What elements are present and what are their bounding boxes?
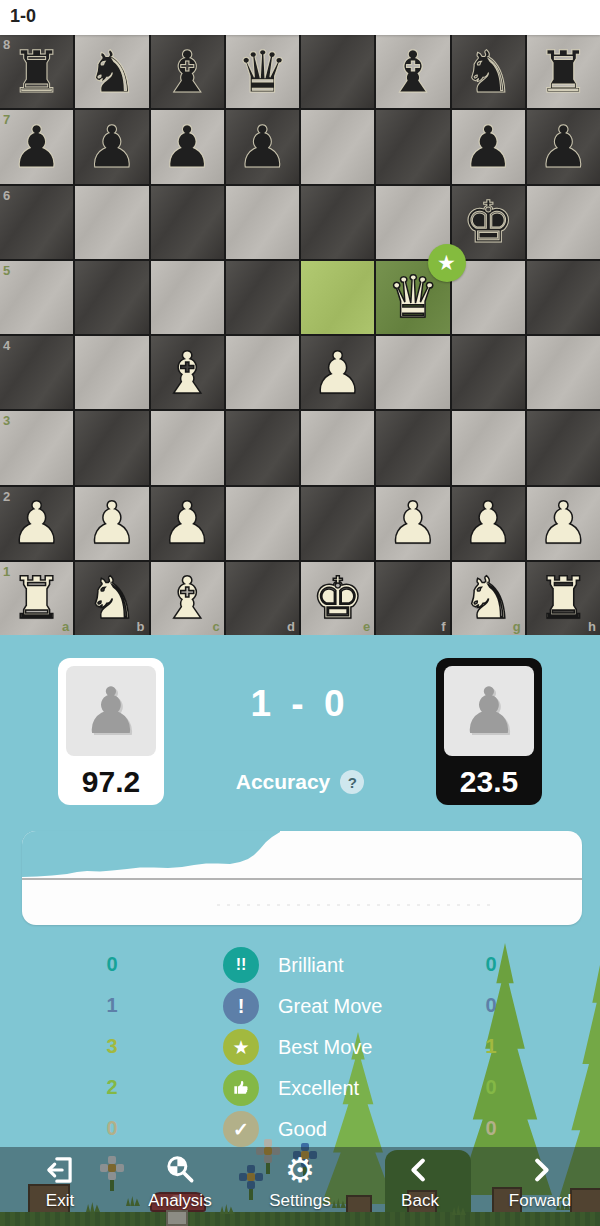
square-e6[interactable]: [301, 186, 374, 259]
toolbar-label-analysis: Analysis: [132, 1191, 228, 1211]
square-c8[interactable]: ♝: [151, 35, 224, 108]
black-king-g6: ♚: [452, 186, 525, 259]
square-h6[interactable]: [527, 186, 600, 259]
double-exclam-icon: !!: [223, 947, 259, 983]
label-excellent: Excellent: [278, 1077, 359, 1100]
white-pawn-f2: ♟: [376, 487, 449, 560]
white-count-best-move: 3: [92, 1035, 132, 1058]
black-count-excellent: 0: [471, 1076, 511, 1099]
square-d6[interactable]: [226, 186, 299, 259]
square-a1[interactable]: 1a♜: [0, 562, 73, 635]
square-d2[interactable]: [226, 487, 299, 560]
square-c5[interactable]: [151, 261, 224, 334]
square-c6[interactable]: [151, 186, 224, 259]
toolbar-label-back: Back: [372, 1191, 468, 1211]
black-pawn-c7: ♟: [151, 110, 224, 183]
file-label-f: f: [441, 619, 445, 634]
square-b3[interactable]: [75, 411, 148, 484]
star-icon: ★: [223, 1029, 259, 1065]
toolbar-label-exit: Exit: [12, 1191, 108, 1211]
square-g2[interactable]: ♟: [452, 487, 525, 560]
toolbar-item-analysis[interactable]: Analysis: [132, 1150, 228, 1222]
file-label-d: d: [287, 619, 295, 634]
rank-label-8: 8: [3, 37, 10, 52]
white-count-excellent: 2: [92, 1076, 132, 1099]
square-a2[interactable]: 2♟: [0, 487, 73, 560]
move-quality-row-great-move: 1!Great Move0: [0, 986, 600, 1026]
square-d1[interactable]: d: [226, 562, 299, 635]
square-f4[interactable]: [376, 336, 449, 409]
rank-label-6: 6: [3, 188, 10, 203]
rank-label-7: 7: [3, 112, 10, 127]
square-g6[interactable]: ♚: [452, 186, 525, 259]
title-bar: 1-0: [0, 0, 600, 35]
rank-label-4: 4: [3, 338, 10, 353]
chevron-left-icon: [372, 1150, 468, 1190]
square-d8[interactable]: ♛: [226, 35, 299, 108]
black-pawn-b7: ♟: [75, 110, 148, 183]
square-c4[interactable]: ♝: [151, 336, 224, 409]
file-label-c: c: [213, 619, 220, 634]
square-h7[interactable]: ♟: [527, 110, 600, 183]
square-f2[interactable]: ♟: [376, 487, 449, 560]
black-rook-h8: ♜: [527, 35, 600, 108]
move-quality-row-brilliant: 0!!Brilliant0: [0, 945, 600, 985]
white-count-great-move: 1: [92, 994, 132, 1017]
black-queen-d8: ♛: [226, 35, 299, 108]
toolbar-item-back[interactable]: Back: [372, 1150, 468, 1222]
exclam-icon: !: [223, 988, 259, 1024]
square-g4[interactable]: [452, 336, 525, 409]
white-accuracy-score: 97.2: [82, 765, 140, 799]
square-h3[interactable]: [527, 411, 600, 484]
square-c2[interactable]: ♟: [151, 487, 224, 560]
square-a6[interactable]: 6: [0, 186, 73, 259]
square-b2[interactable]: ♟: [75, 487, 148, 560]
square-e4[interactable]: ♟: [301, 336, 374, 409]
white-pawn-g2: ♟: [452, 487, 525, 560]
thumb-up-icon: [223, 1070, 259, 1106]
square-a8[interactable]: 8♜: [0, 35, 73, 108]
white-pawn-b2: ♟: [75, 487, 148, 560]
square-f5[interactable]: ♛★: [376, 261, 449, 334]
black-knight-g8: ♞: [452, 35, 525, 108]
evaluation-graph-svg: [22, 831, 582, 925]
file-label-h: h: [588, 619, 596, 634]
toolbar-item-forward[interactable]: Forward: [492, 1150, 588, 1222]
rank-label-5: 5: [3, 263, 10, 278]
black-count-best-move: 1: [471, 1035, 511, 1058]
rank-label-1: 1: [3, 564, 10, 579]
file-label-g: g: [513, 619, 521, 634]
square-g1[interactable]: g♞: [452, 562, 525, 635]
white-player-card: ♟ 97.2: [58, 658, 164, 805]
black-count-great-move: 0: [471, 994, 511, 1017]
move-quality-row-excellent: 2Excellent0: [0, 1068, 600, 1108]
black-count-brilliant: 0: [471, 953, 511, 976]
square-b8[interactable]: ♞: [75, 35, 148, 108]
square-e1[interactable]: e♚: [301, 562, 374, 635]
toolbar-item-exit[interactable]: Exit: [12, 1150, 108, 1222]
black-pawn-avatar-icon: ♟: [460, 679, 517, 743]
black-accuracy-score: 23.5: [460, 765, 518, 799]
toolbar-item-settings[interactable]: ⚙Settings: [252, 1150, 348, 1222]
square-f1[interactable]: f: [376, 562, 449, 635]
square-f7[interactable]: [376, 110, 449, 183]
toolbar-label-forward: Forward: [492, 1191, 588, 1211]
black-rook-a8: ♜: [0, 35, 73, 108]
white-count-good: 0: [92, 1117, 132, 1140]
square-d5[interactable]: [226, 261, 299, 334]
white-avatar: ♟: [66, 666, 156, 756]
square-h1[interactable]: h♜: [527, 562, 600, 635]
chevron-right-icon: [492, 1150, 588, 1190]
square-b1[interactable]: b♞: [75, 562, 148, 635]
file-label-b: b: [137, 619, 145, 634]
square-c7[interactable]: ♟: [151, 110, 224, 183]
square-e7[interactable]: [301, 110, 374, 183]
square-g7[interactable]: ♟: [452, 110, 525, 183]
move-quality-row-good: 0✓Good0: [0, 1109, 600, 1149]
chess-board[interactable]: 8♜♞♝♛♝♞♜7♟♟♟♟♟♟6♚5♛★4♝♟32♟♟♟♟♟♟1a♜b♞c♝de…: [0, 35, 600, 635]
label-best-move: Best Move: [278, 1036, 372, 1059]
white-bishop-c4: ♝: [151, 336, 224, 409]
label-brilliant: Brilliant: [278, 954, 344, 977]
label-great-move: Great Move: [278, 995, 382, 1018]
gear-icon: ⚙: [252, 1150, 348, 1190]
black-bishop-c8: ♝: [151, 35, 224, 108]
black-pawn-d7: ♟: [226, 110, 299, 183]
exit-door-icon: [12, 1150, 108, 1190]
square-h5[interactable]: [527, 261, 600, 334]
accuracy-label: Accuracy: [236, 770, 331, 794]
black-pawn-g7: ♟: [452, 110, 525, 183]
rank-label-3: 3: [3, 413, 10, 428]
square-e8[interactable]: [301, 35, 374, 108]
black-avatar: ♟: [444, 666, 534, 756]
analysis-magnifier-icon: [132, 1150, 228, 1190]
white-pawn-e4: ♟: [301, 336, 374, 409]
black-pawn-a7: ♟: [0, 110, 73, 183]
square-b5[interactable]: [75, 261, 148, 334]
toolbar-label-settings: Settings: [252, 1191, 348, 1211]
square-e5[interactable]: [301, 261, 374, 334]
check-icon: ✓: [223, 1111, 259, 1147]
best-move-star-icon: ★: [428, 244, 466, 282]
square-a5[interactable]: 5: [0, 261, 73, 334]
square-d7[interactable]: ♟: [226, 110, 299, 183]
square-b7[interactable]: ♟: [75, 110, 148, 183]
game-result: 1 - 0: [150, 683, 450, 725]
square-c3[interactable]: [151, 411, 224, 484]
file-label-e: e: [363, 619, 370, 634]
black-player-card: ♟ 23.5: [436, 658, 542, 805]
white-pawn-a2: ♟: [0, 487, 73, 560]
square-b6[interactable]: [75, 186, 148, 259]
square-a7[interactable]: 7♟: [0, 110, 73, 183]
square-h8[interactable]: ♜: [527, 35, 600, 108]
accuracy-help-icon[interactable]: ?: [340, 770, 364, 794]
square-a4[interactable]: 4: [0, 336, 73, 409]
black-count-good: 0: [471, 1117, 511, 1140]
square-h2[interactable]: ♟: [527, 487, 600, 560]
white-pawn-c2: ♟: [151, 487, 224, 560]
white-count-brilliant: 0: [92, 953, 132, 976]
accuracy-row: Accuracy ?: [150, 770, 450, 794]
rank-label-2: 2: [3, 489, 10, 504]
black-pawn-h7: ♟: [527, 110, 600, 183]
white-pawn-h2: ♟: [527, 487, 600, 560]
square-a3[interactable]: 3: [0, 411, 73, 484]
square-d4[interactable]: [226, 336, 299, 409]
move-quality-row-best-move: 3★Best Move1: [0, 1027, 600, 1067]
square-g8[interactable]: ♞: [452, 35, 525, 108]
square-b4[interactable]: [75, 336, 148, 409]
page-title: 1-0: [10, 6, 36, 27]
black-knight-b8: ♞: [75, 35, 148, 108]
evaluation-graph[interactable]: [22, 831, 582, 925]
square-e2[interactable]: [301, 487, 374, 560]
square-c1[interactable]: c♝: [151, 562, 224, 635]
square-f3[interactable]: [376, 411, 449, 484]
square-h4[interactable]: [527, 336, 600, 409]
square-d3[interactable]: [226, 411, 299, 484]
white-pawn-avatar-icon: ♟: [82, 679, 139, 743]
label-good: Good: [278, 1118, 327, 1141]
black-bishop-f8: ♝: [376, 35, 449, 108]
file-label-a: a: [62, 619, 69, 634]
square-f8[interactable]: ♝: [376, 35, 449, 108]
square-e3[interactable]: [301, 411, 374, 484]
square-g3[interactable]: [452, 411, 525, 484]
